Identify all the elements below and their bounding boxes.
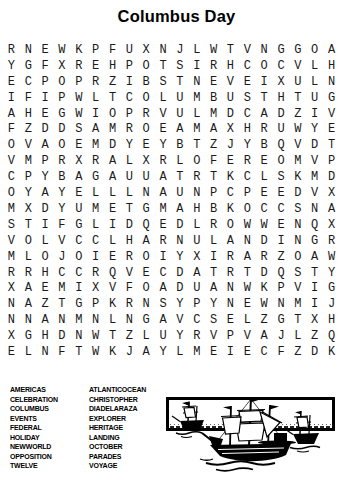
grid-cell-r4c19: U bbox=[306, 90, 323, 106]
grid-cell-r18c19: X bbox=[306, 312, 323, 328]
grid-cell-r19c20: Q bbox=[323, 328, 340, 344]
grid-cell-r12c15: W bbox=[239, 217, 256, 233]
grid-cell-r2c12: I bbox=[188, 58, 205, 74]
grid-cell-r10c11: U bbox=[172, 185, 189, 201]
grid-cell-r2c11: S bbox=[172, 58, 189, 74]
grid-cell-r13c7: L bbox=[104, 233, 121, 249]
grid-cell-r7c3: A bbox=[37, 137, 54, 153]
grid-cell-r10c13: P bbox=[205, 185, 222, 201]
grid-cell-r16c8: F bbox=[121, 280, 138, 296]
grid-cell-r11c6: M bbox=[87, 201, 104, 217]
grid-cell-r6c1: F bbox=[3, 121, 20, 137]
grid-cell-r7c4: O bbox=[54, 137, 71, 153]
grid-cell-r14c8: R bbox=[121, 249, 138, 265]
grid-cell-r17c1: N bbox=[3, 296, 20, 312]
grid-cell-r14c19: A bbox=[306, 249, 323, 265]
grid-cell-r10c19: V bbox=[306, 185, 323, 201]
grid-cell-r1c10: N bbox=[155, 42, 172, 58]
grid-cell-r9c16: L bbox=[256, 169, 273, 185]
grid-cell-r18c16: Z bbox=[256, 312, 273, 328]
grid-cell-r14c3: O bbox=[37, 249, 54, 265]
grid-cell-r9c1: C bbox=[3, 169, 20, 185]
grid-cell-r4c12: M bbox=[188, 90, 205, 106]
grid-cell-r11c1: M bbox=[3, 201, 20, 217]
grid-cell-r15c19: T bbox=[306, 265, 323, 281]
grid-cell-r1c4: W bbox=[54, 42, 71, 58]
grid-cell-r20c17: F bbox=[273, 344, 290, 360]
grid-cell-r17c12: P bbox=[188, 296, 205, 312]
grid-cell-r16c6: X bbox=[87, 280, 104, 296]
grid-cell-r2c8: P bbox=[121, 58, 138, 74]
grid-cell-r8c1: V bbox=[3, 153, 20, 169]
grid-cell-r9c10: A bbox=[155, 169, 172, 185]
grid-cell-r7c19: D bbox=[306, 137, 323, 153]
grid-cell-r8c5: X bbox=[70, 153, 87, 169]
grid-cell-r5c20: V bbox=[323, 106, 340, 122]
grid-cell-r17c7: K bbox=[104, 296, 121, 312]
grid-cell-r15c5: C bbox=[70, 265, 87, 281]
grid-cell-r12c3: I bbox=[37, 217, 54, 233]
grid-cell-r4c14: U bbox=[222, 90, 239, 106]
grid-cell-r1c19: O bbox=[306, 42, 323, 58]
grid-cell-r6c2: Z bbox=[20, 121, 37, 137]
grid-cell-r11c18: S bbox=[289, 201, 306, 217]
grid-cell-r14c2: L bbox=[20, 249, 37, 265]
grid-cell-r2c16: O bbox=[256, 58, 273, 74]
grid-cell-r10c1: O bbox=[3, 185, 20, 201]
grid-cell-r10c14: C bbox=[222, 185, 239, 201]
grid-cell-r18c3: A bbox=[37, 312, 54, 328]
grid-cell-r8c3: P bbox=[37, 153, 54, 169]
grid-cell-r4c15: S bbox=[239, 90, 256, 106]
grid-cell-r3c20: N bbox=[323, 74, 340, 90]
grid-cell-r10c6: L bbox=[87, 185, 104, 201]
grid-cell-r7c1: O bbox=[3, 137, 20, 153]
grid-cell-r11c17: C bbox=[273, 201, 290, 217]
grid-cell-r19c18: L bbox=[289, 328, 306, 344]
grid-cell-r14c7: E bbox=[104, 249, 121, 265]
grid-cell-r7c16: B bbox=[256, 137, 273, 153]
grid-cell-r10c15: P bbox=[239, 185, 256, 201]
grid-cell-r15c20: Y bbox=[323, 265, 340, 281]
grid-cell-r1c14: T bbox=[222, 42, 239, 58]
grid-cell-r16c11: D bbox=[172, 280, 189, 296]
ships-illustration bbox=[160, 390, 353, 500]
grid-cell-r5c13: M bbox=[205, 106, 222, 122]
grid-cell-r20c19: D bbox=[306, 344, 323, 360]
grid-cell-r15c16: D bbox=[256, 265, 273, 281]
grid-cell-r16c4: M bbox=[54, 280, 71, 296]
grid-cell-r11c8: T bbox=[121, 201, 138, 217]
grid-cell-r4c13: B bbox=[205, 90, 222, 106]
grid-cell-r20c13: E bbox=[205, 344, 222, 360]
grid-cell-r15c14: R bbox=[222, 265, 239, 281]
grid-cell-r2c3: F bbox=[37, 58, 54, 74]
grid-cell-r14c18: O bbox=[289, 249, 306, 265]
grid-cell-r13c3: L bbox=[37, 233, 54, 249]
grid-cell-r3c19: L bbox=[306, 74, 323, 90]
grid-cell-r1c11: J bbox=[172, 42, 189, 58]
grid-cell-r3c17: X bbox=[273, 74, 290, 90]
grid-cell-r20c14: I bbox=[222, 344, 239, 360]
grid-cell-r7c18: V bbox=[289, 137, 306, 153]
grid-cell-r11c9: G bbox=[138, 201, 155, 217]
grid-cell-r9c2: P bbox=[20, 169, 37, 185]
grid-cell-r13c11: N bbox=[172, 233, 189, 249]
grid-cell-r10c5: E bbox=[70, 185, 87, 201]
letter-grid: RNEWKPFUXNJLWTVNGGOAYGFXREHPOTSIRHCOCVLH… bbox=[3, 42, 340, 360]
grid-cell-r5c17: D bbox=[273, 106, 290, 122]
grid-cell-r11c4: Y bbox=[54, 201, 71, 217]
grid-cell-r2c18: V bbox=[289, 58, 306, 74]
grid-cell-r16c10: A bbox=[155, 280, 172, 296]
grid-cell-r9c8: U bbox=[121, 169, 138, 185]
grid-cell-r9c20: D bbox=[323, 169, 340, 185]
grid-cell-r7c14: J bbox=[222, 137, 239, 153]
grid-cell-r19c5: N bbox=[70, 328, 87, 344]
grid-cell-r1c5: K bbox=[70, 42, 87, 58]
grid-cell-r3c3: P bbox=[37, 74, 54, 90]
grid-cell-r7c6: M bbox=[87, 137, 104, 153]
grid-cell-r6c13: A bbox=[205, 121, 222, 137]
grid-cell-r15c13: T bbox=[205, 265, 222, 281]
grid-cell-r15c9: E bbox=[138, 265, 155, 281]
word-list-item: CHRISTOPHER bbox=[89, 395, 146, 405]
grid-cell-r3c6: R bbox=[87, 74, 104, 90]
grid-cell-r4c16: T bbox=[256, 90, 273, 106]
grid-cell-r13c12: U bbox=[188, 233, 205, 249]
grid-cell-r15c8: V bbox=[121, 265, 138, 281]
word-list-column-2: ATLANTICOCEANCHRISTOPHERDIADELARAZAEXPLO… bbox=[89, 385, 146, 471]
grid-cell-r15c18: S bbox=[289, 265, 306, 281]
grid-cell-r12c17: E bbox=[273, 217, 290, 233]
grid-cell-r3c4: O bbox=[54, 74, 71, 90]
grid-cell-r16c15: W bbox=[239, 280, 256, 296]
grid-cell-r17c19: I bbox=[306, 296, 323, 312]
grid-cell-r11c14: K bbox=[222, 201, 239, 217]
grid-cell-r3c2: C bbox=[20, 74, 37, 90]
grid-cell-r19c7: T bbox=[104, 328, 121, 344]
worksheet-page: Columbus Day RNEWKPFUXNJLWTVNGGOAYGFXREH… bbox=[0, 0, 353, 500]
grid-cell-r15c12: A bbox=[188, 265, 205, 281]
grid-cell-r19c6: W bbox=[87, 328, 104, 344]
grid-cell-r15c17: Q bbox=[273, 265, 290, 281]
grid-cell-r9c13: T bbox=[205, 169, 222, 185]
grid-cell-r12c11: D bbox=[172, 217, 189, 233]
grid-cell-r16c20: G bbox=[323, 280, 340, 296]
grid-cell-r10c7: L bbox=[104, 185, 121, 201]
grid-cell-r15c7: Q bbox=[104, 265, 121, 281]
grid-cell-r12c10: E bbox=[155, 217, 172, 233]
grid-cell-r16c12: U bbox=[188, 280, 205, 296]
grid-cell-r7c13: Z bbox=[205, 137, 222, 153]
grid-cell-r9c3: Y bbox=[37, 169, 54, 185]
grid-cell-r3c13: E bbox=[205, 74, 222, 90]
grid-cell-r13c2: O bbox=[20, 233, 37, 249]
grid-cell-r19c13: V bbox=[205, 328, 222, 344]
grid-cell-r5c18: Z bbox=[289, 106, 306, 122]
grid-cell-r14c5: O bbox=[70, 249, 87, 265]
grid-cell-r10c18: D bbox=[289, 185, 306, 201]
grid-cell-r17c14: N bbox=[222, 296, 239, 312]
grid-cell-r2c4: X bbox=[54, 58, 71, 74]
grid-cell-r7c7: D bbox=[104, 137, 121, 153]
grid-cell-r6c20: E bbox=[323, 121, 340, 137]
grid-cell-r9c19: M bbox=[306, 169, 323, 185]
grid-cell-r5c9: R bbox=[138, 106, 155, 122]
grid-cell-r7c20: T bbox=[323, 137, 340, 153]
grid-cell-r20c1: E bbox=[3, 344, 20, 360]
grid-cell-r8c13: F bbox=[205, 153, 222, 169]
grid-cell-r6c10: E bbox=[155, 121, 172, 137]
grid-cell-r10c9: N bbox=[138, 185, 155, 201]
grid-cell-r11c20: A bbox=[323, 201, 340, 217]
grid-cell-r1c9: X bbox=[138, 42, 155, 58]
grid-cell-r1c12: L bbox=[188, 42, 205, 58]
grid-cell-r19c1: X bbox=[3, 328, 20, 344]
grid-cell-r8c11: L bbox=[172, 153, 189, 169]
grid-cell-r12c14: O bbox=[222, 217, 239, 233]
grid-cell-r8c14: E bbox=[222, 153, 239, 169]
grid-cell-r19c14: P bbox=[222, 328, 239, 344]
grid-cell-r3c15: E bbox=[239, 74, 256, 90]
grid-cell-r18c4: N bbox=[54, 312, 71, 328]
grid-cell-r6c8: R bbox=[121, 121, 138, 137]
grid-cell-r6c18: W bbox=[289, 121, 306, 137]
grid-cell-r4c18: T bbox=[289, 90, 306, 106]
grid-cell-r5c3: E bbox=[37, 106, 54, 122]
grid-cell-r10c2: Y bbox=[20, 185, 37, 201]
grid-cell-r3c5: P bbox=[70, 74, 87, 90]
grid-cell-r19c2: G bbox=[20, 328, 37, 344]
grid-cell-r6c5: S bbox=[70, 121, 87, 137]
grid-cell-r19c10: U bbox=[155, 328, 172, 344]
grid-cell-r6c17: U bbox=[273, 121, 290, 137]
grid-cell-r13c1: V bbox=[3, 233, 20, 249]
grid-cell-r10c16: E bbox=[256, 185, 273, 201]
grid-cell-r8c18: M bbox=[289, 153, 306, 169]
grid-cell-r8c12: O bbox=[188, 153, 205, 169]
grid-cell-r17c2: A bbox=[20, 296, 37, 312]
grid-cell-r17c5: G bbox=[70, 296, 87, 312]
grid-cell-r11c5: U bbox=[70, 201, 87, 217]
grid-cell-r12c16: W bbox=[256, 217, 273, 233]
grid-cell-r18c7: L bbox=[104, 312, 121, 328]
grid-cell-r10c8: L bbox=[121, 185, 138, 201]
grid-cell-r1c1: R bbox=[3, 42, 20, 58]
grid-cell-r4c2: F bbox=[20, 90, 37, 106]
grid-cell-r18c15: L bbox=[239, 312, 256, 328]
grid-cell-r12c2: T bbox=[20, 217, 37, 233]
grid-cell-r20c10: Y bbox=[155, 344, 172, 360]
grid-cell-r17c13: Y bbox=[205, 296, 222, 312]
grid-cell-r1c16: N bbox=[256, 42, 273, 58]
grid-cell-r16c17: P bbox=[273, 280, 290, 296]
grid-cell-r13c10: R bbox=[155, 233, 172, 249]
grid-cell-r5c11: U bbox=[172, 106, 189, 122]
grid-cell-r20c15: E bbox=[239, 344, 256, 360]
grid-cell-r4c3: I bbox=[37, 90, 54, 106]
grid-cell-r8c8: L bbox=[121, 153, 138, 169]
grid-cell-r17c6: P bbox=[87, 296, 104, 312]
grid-cell-r19c4: D bbox=[54, 328, 71, 344]
grid-cell-r7c5: E bbox=[70, 137, 87, 153]
grid-cell-r18c17: G bbox=[273, 312, 290, 328]
grid-cell-r13c18: N bbox=[289, 233, 306, 249]
word-list-item: COLUMBUS bbox=[10, 404, 58, 414]
grid-cell-r12c13: R bbox=[205, 217, 222, 233]
grid-cell-r17c16: W bbox=[256, 296, 273, 312]
word-list-item: CELEBRATION bbox=[10, 395, 58, 405]
word-list-item: ATLANTICOCEAN bbox=[89, 385, 146, 395]
grid-cell-r12c5: G bbox=[70, 217, 87, 233]
word-list-item: FEDERAL bbox=[10, 423, 58, 433]
grid-cell-r17c18: M bbox=[289, 296, 306, 312]
grid-cell-r16c13: A bbox=[205, 280, 222, 296]
grid-cell-r8c9: X bbox=[138, 153, 155, 169]
grid-cell-r7c10: Y bbox=[155, 137, 172, 153]
grid-cell-r2c15: C bbox=[239, 58, 256, 74]
grid-cell-r10c3: A bbox=[37, 185, 54, 201]
grid-cell-r15c11: D bbox=[172, 265, 189, 281]
grid-cell-r19c19: Z bbox=[306, 328, 323, 344]
grid-cell-r7c9: E bbox=[138, 137, 155, 153]
grid-cell-r12c20: X bbox=[323, 217, 340, 233]
grid-cell-r20c18: Z bbox=[289, 344, 306, 360]
grid-cell-r20c8: J bbox=[121, 344, 138, 360]
grid-cell-r11c10: M bbox=[155, 201, 172, 217]
word-list-item: EVENTS bbox=[10, 414, 58, 424]
grid-cell-r1c7: F bbox=[104, 42, 121, 58]
grid-cell-r13c15: N bbox=[239, 233, 256, 249]
grid-cell-r13c4: V bbox=[54, 233, 71, 249]
grid-cell-r7c8: Y bbox=[121, 137, 138, 153]
grid-cell-r3c10: S bbox=[155, 74, 172, 90]
grid-cell-r18c20: H bbox=[323, 312, 340, 328]
grid-cell-r9c12: R bbox=[188, 169, 205, 185]
grid-cell-r20c2: L bbox=[20, 344, 37, 360]
grid-cell-r6c11: A bbox=[172, 121, 189, 137]
grid-cell-r15c3: H bbox=[37, 265, 54, 281]
grid-cell-r8c19: V bbox=[306, 153, 323, 169]
grid-cell-r11c15: O bbox=[239, 201, 256, 217]
grid-cell-r11c16: C bbox=[256, 201, 273, 217]
grid-cell-r14c15: A bbox=[239, 249, 256, 265]
grid-cell-r5c2: H bbox=[20, 106, 37, 122]
grid-cell-r16c9: O bbox=[138, 280, 155, 296]
grid-cell-r14c16: R bbox=[256, 249, 273, 265]
grid-cell-r15c1: R bbox=[3, 265, 20, 281]
grid-cell-r3c9: B bbox=[138, 74, 155, 90]
grid-cell-r16c3: E bbox=[37, 280, 54, 296]
grid-cell-r14c14: R bbox=[222, 249, 239, 265]
grid-cell-r19c11: Y bbox=[172, 328, 189, 344]
grid-cell-r20c16: C bbox=[256, 344, 273, 360]
grid-cell-r13c6: C bbox=[87, 233, 104, 249]
grid-cell-r6c6: A bbox=[87, 121, 104, 137]
grid-cell-r19c8: Z bbox=[121, 328, 138, 344]
grid-cell-r13c8: H bbox=[121, 233, 138, 249]
grid-cell-r18c18: T bbox=[289, 312, 306, 328]
grid-cell-r9c18: K bbox=[289, 169, 306, 185]
grid-cell-r11c19: N bbox=[306, 201, 323, 217]
word-list-item: PARADES bbox=[89, 452, 146, 462]
word-list-item: NEWWORLD bbox=[10, 442, 58, 452]
grid-cell-r15c15: T bbox=[239, 265, 256, 281]
grid-cell-r16c19: I bbox=[306, 280, 323, 296]
grid-cell-r1c13: W bbox=[205, 42, 222, 58]
grid-cell-r18c13: S bbox=[205, 312, 222, 328]
grid-cell-r17c8: R bbox=[121, 296, 138, 312]
grid-cell-r2c2: G bbox=[20, 58, 37, 74]
grid-cell-r5c10: V bbox=[155, 106, 172, 122]
grid-cell-r17c9: N bbox=[138, 296, 155, 312]
grid-cell-r3c12: N bbox=[188, 74, 205, 90]
grid-cell-r4c7: T bbox=[104, 90, 121, 106]
grid-cell-r13c9: A bbox=[138, 233, 155, 249]
grid-cell-r8c2: M bbox=[20, 153, 37, 169]
grid-cell-r8c17: O bbox=[273, 153, 290, 169]
grid-cell-r6c9: O bbox=[138, 121, 155, 137]
grid-cell-r20c9: A bbox=[138, 344, 155, 360]
grid-cell-r16c2: A bbox=[20, 280, 37, 296]
grid-cell-r13c5: C bbox=[70, 233, 87, 249]
grid-cell-r4c10: L bbox=[155, 90, 172, 106]
grid-cell-r19c17: J bbox=[273, 328, 290, 344]
grid-cell-r15c6: R bbox=[87, 265, 104, 281]
grid-cell-r16c18: V bbox=[289, 280, 306, 296]
grid-cell-r20c3: N bbox=[37, 344, 54, 360]
grid-cell-r2c5: R bbox=[70, 58, 87, 74]
grid-cell-r4c9: O bbox=[138, 90, 155, 106]
grid-cell-r2c19: L bbox=[306, 58, 323, 74]
grid-cell-r7c12: T bbox=[188, 137, 205, 153]
grid-cell-r4c8: C bbox=[121, 90, 138, 106]
grid-cell-r19c3: H bbox=[37, 328, 54, 344]
grid-cell-r14c13: I bbox=[205, 249, 222, 265]
grid-cell-r4c17: H bbox=[273, 90, 290, 106]
grid-cell-r10c4: Y bbox=[54, 185, 71, 201]
grid-cell-r17c10: S bbox=[155, 296, 172, 312]
grid-cell-r19c15: V bbox=[239, 328, 256, 344]
grid-cell-r11c12: H bbox=[188, 201, 205, 217]
word-list-item: AMERICAS bbox=[10, 385, 58, 395]
word-list-item: DIADELARAZA bbox=[89, 404, 146, 414]
grid-cell-r5c12: L bbox=[188, 106, 205, 122]
word-list-item: TWELVE bbox=[10, 461, 58, 471]
grid-cell-r3c18: U bbox=[289, 74, 306, 90]
grid-cell-r5c19: I bbox=[306, 106, 323, 122]
grid-cell-r9c6: G bbox=[87, 169, 104, 185]
grid-cell-r15c10: C bbox=[155, 265, 172, 281]
grid-cell-r12c1: S bbox=[3, 217, 20, 233]
grid-cell-r9c4: B bbox=[54, 169, 71, 185]
grid-cell-r13c19: G bbox=[306, 233, 323, 249]
grid-cell-r14c6: I bbox=[87, 249, 104, 265]
grid-cell-r13c13: L bbox=[205, 233, 222, 249]
grid-cell-r6c15: H bbox=[239, 121, 256, 137]
grid-cell-r12c19: Q bbox=[306, 217, 323, 233]
grid-cell-r3c16: I bbox=[256, 74, 273, 90]
grid-cell-r10c17: E bbox=[273, 185, 290, 201]
grid-cell-r4c1: I bbox=[3, 90, 20, 106]
grid-cell-r12c12: L bbox=[188, 217, 205, 233]
grid-cell-r17c11: Y bbox=[172, 296, 189, 312]
grid-cell-r8c15: R bbox=[239, 153, 256, 169]
grid-cell-r8c6: R bbox=[87, 153, 104, 169]
grid-cell-r9c7: A bbox=[104, 169, 121, 185]
grid-cell-r12c4: F bbox=[54, 217, 71, 233]
